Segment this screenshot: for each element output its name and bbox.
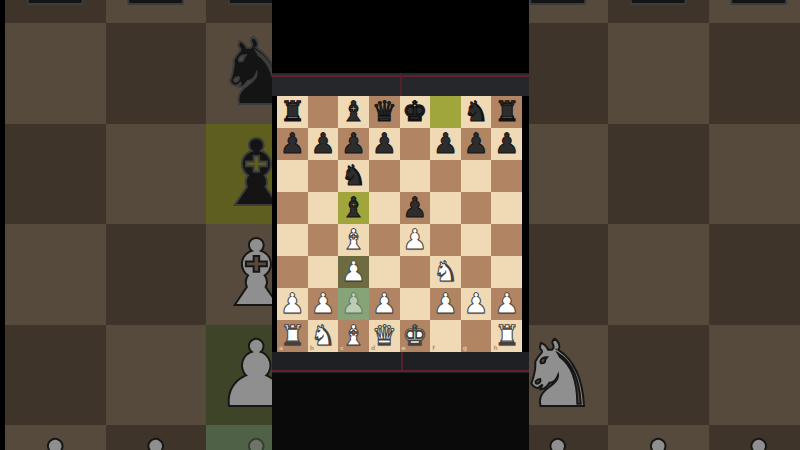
square-h3[interactable] [491, 256, 522, 288]
square-b4 [106, 224, 207, 325]
white-pawn: ♟ [718, 429, 800, 450]
square-d5[interactable] [369, 192, 400, 224]
square-h6 [709, 23, 800, 124]
square-g1[interactable]: g [461, 320, 492, 352]
bottom-charcoal-band [272, 352, 529, 373]
file-coordinate-e: e [402, 345, 406, 351]
black-rook[interactable]: ♜ [494, 98, 519, 126]
red-vertical-line-top [400, 73, 402, 96]
square-b5 [106, 124, 207, 225]
square-c5[interactable]: ♝ [338, 192, 369, 224]
white-pawn[interactable]: ♟ [372, 290, 397, 318]
square-b6 [106, 23, 207, 124]
square-h2[interactable]: ♟ [491, 288, 522, 320]
square-a6 [5, 23, 106, 124]
file-coordinate-c: c [340, 345, 344, 351]
chess-board[interactable]: ♜♝♛♚♞♜♟♟♟♟♟♟♟♞♝♟♝♟♟♞♟♟♟♟♟♟♟♜a♞b♝c♛d♚efg♜… [277, 96, 522, 352]
white-pawn[interactable]: ♟ [402, 226, 427, 254]
square-d8[interactable]: ♛ [369, 96, 400, 128]
black-pawn[interactable]: ♟ [494, 130, 519, 158]
black-queen[interactable]: ♛ [372, 98, 397, 126]
square-e6[interactable] [400, 160, 431, 192]
square-g4[interactable] [461, 224, 492, 256]
square-d6[interactable] [369, 160, 400, 192]
square-h5[interactable] [491, 192, 522, 224]
white-queen[interactable]: ♛ [372, 322, 397, 350]
square-f2[interactable]: ♟ [430, 288, 461, 320]
square-b4[interactable] [308, 224, 339, 256]
square-a3[interactable] [277, 256, 308, 288]
square-e7[interactable] [400, 128, 431, 160]
red-horizontal-line-bottom [272, 370, 529, 372]
square-e3[interactable] [400, 256, 431, 288]
white-pawn[interactable]: ♟ [341, 258, 366, 286]
white-bishop[interactable]: ♝ [341, 322, 366, 350]
square-h3 [709, 325, 800, 426]
black-king[interactable]: ♚ [402, 98, 427, 126]
file-coordinate-f: f [432, 345, 435, 351]
square-g4 [608, 224, 709, 325]
file-coordinate-h: h [493, 345, 497, 351]
square-f3[interactable]: ♞ [430, 256, 461, 288]
square-h6[interactable] [491, 160, 522, 192]
black-pawn[interactable]: ♟ [341, 130, 366, 158]
white-pawn[interactable]: ♟ [310, 290, 335, 318]
square-c3[interactable]: ♟ [338, 256, 369, 288]
square-f8[interactable] [430, 96, 461, 128]
white-knight[interactable]: ♞ [433, 258, 458, 286]
square-g2: ♟ [608, 425, 709, 450]
square-h7: ♟ [709, 0, 800, 23]
square-d3[interactable] [369, 256, 400, 288]
white-king[interactable]: ♚ [402, 322, 427, 350]
square-f1[interactable]: f [430, 320, 461, 352]
black-knight[interactable]: ♞ [341, 162, 366, 190]
black-pawn: ♟ [115, 0, 197, 19]
square-a3 [5, 325, 106, 426]
square-a6[interactable] [277, 160, 308, 192]
square-h2: ♟ [709, 425, 800, 450]
square-h1[interactable]: ♜h [491, 320, 522, 352]
square-f4[interactable] [430, 224, 461, 256]
square-b8[interactable] [308, 96, 339, 128]
square-g3[interactable] [461, 256, 492, 288]
white-knight[interactable]: ♞ [310, 322, 335, 350]
white-pawn: ♟ [14, 429, 96, 450]
square-f7[interactable]: ♟ [430, 128, 461, 160]
square-h4 [709, 224, 800, 325]
square-g5 [608, 124, 709, 225]
square-g6[interactable] [461, 160, 492, 192]
square-b2: ♟ [106, 425, 207, 450]
square-a5 [5, 124, 106, 225]
square-g7: ♟ [608, 0, 709, 23]
white-pawn: ♟ [617, 429, 699, 450]
black-pawn: ♟ [14, 0, 96, 19]
square-b7: ♟ [106, 0, 207, 23]
square-d4[interactable] [369, 224, 400, 256]
square-b2[interactable]: ♟ [308, 288, 339, 320]
black-bishop[interactable]: ♝ [341, 98, 366, 126]
white-rook[interactable]: ♜ [280, 322, 305, 350]
square-f5[interactable] [430, 192, 461, 224]
square-c6[interactable]: ♞ [338, 160, 369, 192]
bottom-black-area [272, 373, 529, 450]
black-bishop[interactable]: ♝ [341, 194, 366, 222]
file-coordinate-a: a [279, 345, 283, 351]
square-b3 [106, 325, 207, 426]
red-vertical-line-bottom [401, 352, 403, 370]
file-coordinate-d: d [371, 345, 375, 351]
black-pawn[interactable]: ♟ [372, 130, 397, 158]
square-a7[interactable]: ♟ [277, 128, 308, 160]
square-g2[interactable]: ♟ [461, 288, 492, 320]
square-g7[interactable]: ♟ [461, 128, 492, 160]
square-a2[interactable]: ♟ [277, 288, 308, 320]
white-pawn[interactable]: ♟ [464, 290, 489, 318]
square-c8[interactable]: ♝ [338, 96, 369, 128]
square-d1[interactable]: ♛d [369, 320, 400, 352]
white-pawn[interactable]: ♟ [494, 290, 519, 318]
square-b6[interactable] [308, 160, 339, 192]
black-pawn[interactable]: ♟ [402, 194, 427, 222]
white-rook[interactable]: ♜ [494, 322, 519, 350]
square-f6[interactable] [430, 160, 461, 192]
square-g8[interactable]: ♞ [461, 96, 492, 128]
square-a1[interactable]: ♜a [277, 320, 308, 352]
square-a5[interactable] [277, 192, 308, 224]
white-pawn-ghost[interactable]: ♟ [341, 290, 366, 318]
black-pawn[interactable]: ♟ [464, 130, 489, 158]
black-pawn: ♟ [718, 0, 800, 19]
square-h5 [709, 124, 800, 225]
square-g6 [608, 23, 709, 124]
square-c4[interactable]: ♝ [338, 224, 369, 256]
black-knight[interactable]: ♞ [464, 98, 489, 126]
black-pawn[interactable]: ♟ [310, 130, 335, 158]
square-h4[interactable] [491, 224, 522, 256]
black-pawn[interactable]: ♟ [280, 130, 305, 158]
square-e1[interactable]: ♚e [400, 320, 431, 352]
square-d2[interactable]: ♟ [369, 288, 400, 320]
square-c2[interactable]: ♟ [338, 288, 369, 320]
black-pawn: ♟ [617, 0, 699, 19]
black-rook[interactable]: ♜ [280, 98, 305, 126]
square-d7[interactable]: ♟ [369, 128, 400, 160]
square-b3[interactable] [308, 256, 339, 288]
white-pawn: ♟ [115, 429, 197, 450]
white-bishop[interactable]: ♝ [341, 226, 366, 254]
top-charcoal-band [272, 73, 529, 96]
video-strip: ♜♝♛♚♞♜♟♟♟♟♟♟♟♞♝♟♝♟♟♞♟♟♟♟♟♟♟♜a♞b♝c♛d♚efg♜… [272, 0, 529, 450]
square-h7[interactable]: ♟ [491, 128, 522, 160]
file-coordinate-g: g [463, 345, 467, 351]
square-e5[interactable]: ♟ [400, 192, 431, 224]
square-e2[interactable] [400, 288, 431, 320]
file-coordinate-b: b [310, 345, 314, 351]
square-b7[interactable]: ♟ [308, 128, 339, 160]
square-h8[interactable]: ♜ [491, 96, 522, 128]
square-e4[interactable]: ♟ [400, 224, 431, 256]
square-b5[interactable] [308, 192, 339, 224]
square-c7[interactable]: ♟ [338, 128, 369, 160]
square-g5[interactable] [461, 192, 492, 224]
square-a8[interactable]: ♜ [277, 96, 308, 128]
square-a4 [5, 224, 106, 325]
white-pawn[interactable]: ♟ [280, 290, 305, 318]
square-a4[interactable] [277, 224, 308, 256]
black-pawn[interactable]: ♟ [433, 130, 458, 158]
square-g3 [608, 325, 709, 426]
white-pawn[interactable]: ♟ [433, 290, 458, 318]
square-a7: ♟ [5, 0, 106, 23]
square-a2: ♟ [5, 425, 106, 450]
square-e8[interactable]: ♚ [400, 96, 431, 128]
square-c1[interactable]: ♝c [338, 320, 369, 352]
square-b1[interactable]: ♞b [308, 320, 339, 352]
